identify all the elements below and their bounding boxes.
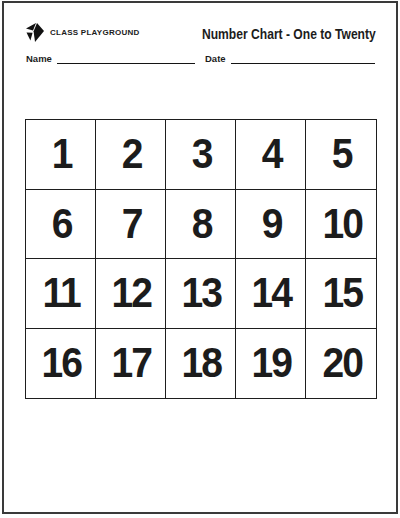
grid-cell-9: 9 <box>236 190 306 260</box>
grid-cell-7: 7 <box>96 190 166 260</box>
grid-cell-18: 18 <box>166 329 236 399</box>
grid-cell-13: 13 <box>166 259 236 329</box>
grid-cell-4: 4 <box>236 120 306 190</box>
date-label: Date <box>205 54 226 65</box>
name-field: Name <box>26 52 195 64</box>
date-write-line <box>231 51 375 64</box>
grid-cell-2: 2 <box>96 120 166 190</box>
grid-cell-15: 15 <box>306 259 376 329</box>
page-title: Number Chart - One to Twenty <box>202 26 376 42</box>
grid-cell-16: 16 <box>26 329 96 399</box>
name-label: Name <box>26 54 52 65</box>
grid-cell-17: 17 <box>96 329 166 399</box>
grid-cell-1: 1 <box>26 120 96 190</box>
grid-cell-20: 20 <box>306 329 376 399</box>
name-write-line <box>57 51 195 64</box>
grid-cell-3: 3 <box>166 120 236 190</box>
grid-cell-10: 10 <box>306 190 376 260</box>
date-field: Date <box>205 52 375 64</box>
grid-cell-6: 6 <box>26 190 96 260</box>
grid-cell-12: 12 <box>96 259 166 329</box>
brand-logo: CLASS PLAYGROUND <box>25 22 140 43</box>
number-grid: 1 2 3 4 5 6 7 8 9 10 11 12 13 14 15 16 1… <box>25 119 377 399</box>
brand-name: CLASS PLAYGROUND <box>50 28 140 37</box>
grid-cell-5: 5 <box>306 120 376 190</box>
grid-cell-11: 11 <box>26 259 96 329</box>
grid-cell-19: 19 <box>236 329 306 399</box>
grid-cell-8: 8 <box>166 190 236 260</box>
grid-cell-14: 14 <box>236 259 306 329</box>
worksheet-page: CLASS PLAYGROUND Number Chart - One to T… <box>0 0 400 518</box>
paper-plane-logo-icon <box>25 22 45 43</box>
